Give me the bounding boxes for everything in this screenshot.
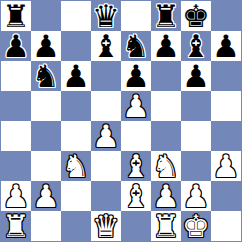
square-e3[interactable]: ♝ bbox=[121, 151, 151, 181]
square-h7[interactable]: ♟ bbox=[211, 31, 241, 61]
piece-black-knight[interactable]: ♞ bbox=[122, 31, 150, 61]
square-f7[interactable]: ♟ bbox=[151, 31, 181, 61]
square-g4[interactable] bbox=[181, 121, 211, 151]
piece-white-pawn[interactable]: ♟ bbox=[182, 181, 210, 211]
square-f1[interactable]: ♜ bbox=[151, 211, 181, 241]
piece-black-pawn[interactable]: ♟ bbox=[122, 61, 150, 91]
piece-black-king[interactable]: ♚ bbox=[182, 1, 210, 31]
square-b2[interactable]: ♟ bbox=[31, 181, 61, 211]
piece-white-knight[interactable]: ♞ bbox=[62, 151, 90, 181]
square-a7[interactable]: ♟ bbox=[1, 31, 31, 61]
square-b6[interactable]: ♞ bbox=[31, 61, 61, 91]
square-d6[interactable] bbox=[91, 61, 121, 91]
square-f3[interactable]: ♞ bbox=[151, 151, 181, 181]
square-h1[interactable] bbox=[211, 211, 241, 241]
square-g5[interactable] bbox=[181, 91, 211, 121]
square-a6[interactable] bbox=[1, 61, 31, 91]
piece-white-rook[interactable]: ♜ bbox=[2, 211, 30, 241]
square-a5[interactable] bbox=[1, 91, 31, 121]
square-b7[interactable]: ♟ bbox=[31, 31, 61, 61]
piece-black-pawn[interactable]: ♟ bbox=[32, 31, 60, 61]
square-c2[interactable] bbox=[61, 181, 91, 211]
square-c5[interactable] bbox=[61, 91, 91, 121]
square-c8[interactable] bbox=[61, 1, 91, 31]
square-f8[interactable]: ♜ bbox=[151, 1, 181, 31]
piece-black-pawn[interactable]: ♟ bbox=[182, 61, 210, 91]
chess-board: ♜♛♜♚♟♟♝♞♟♝♟♞♟♟♟♟♟♞♝♞♟♟♟♝♟♟♜♛♜♚ bbox=[0, 0, 242, 242]
square-f2[interactable]: ♟ bbox=[151, 181, 181, 211]
square-f6[interactable] bbox=[151, 61, 181, 91]
square-d5[interactable] bbox=[91, 91, 121, 121]
square-e1[interactable] bbox=[121, 211, 151, 241]
piece-black-rook[interactable]: ♜ bbox=[152, 1, 180, 31]
piece-white-pawn[interactable]: ♟ bbox=[2, 181, 30, 211]
piece-black-pawn[interactable]: ♟ bbox=[62, 61, 90, 91]
square-h3[interactable]: ♟ bbox=[211, 151, 241, 181]
piece-white-knight[interactable]: ♞ bbox=[152, 151, 180, 181]
square-b5[interactable] bbox=[31, 91, 61, 121]
piece-black-queen[interactable]: ♛ bbox=[92, 1, 120, 31]
square-h2[interactable] bbox=[211, 181, 241, 211]
square-b3[interactable] bbox=[31, 151, 61, 181]
square-d3[interactable] bbox=[91, 151, 121, 181]
square-f5[interactable] bbox=[151, 91, 181, 121]
piece-white-pawn[interactable]: ♟ bbox=[122, 91, 150, 121]
square-d7[interactable]: ♝ bbox=[91, 31, 121, 61]
piece-black-bishop[interactable]: ♝ bbox=[182, 31, 210, 61]
square-c6[interactable]: ♟ bbox=[61, 61, 91, 91]
square-c3[interactable]: ♞ bbox=[61, 151, 91, 181]
square-e4[interactable] bbox=[121, 121, 151, 151]
piece-black-bishop[interactable]: ♝ bbox=[92, 31, 120, 61]
square-h4[interactable] bbox=[211, 121, 241, 151]
piece-black-pawn[interactable]: ♟ bbox=[212, 31, 240, 61]
square-b1[interactable] bbox=[31, 211, 61, 241]
square-g8[interactable]: ♚ bbox=[181, 1, 211, 31]
piece-black-rook[interactable]: ♜ bbox=[2, 1, 30, 31]
square-g6[interactable]: ♟ bbox=[181, 61, 211, 91]
piece-white-bishop[interactable]: ♝ bbox=[122, 151, 150, 181]
square-a2[interactable]: ♟ bbox=[1, 181, 31, 211]
square-d8[interactable]: ♛ bbox=[91, 1, 121, 31]
square-e5[interactable]: ♟ bbox=[121, 91, 151, 121]
piece-black-knight[interactable]: ♞ bbox=[32, 61, 60, 91]
piece-black-pawn[interactable]: ♟ bbox=[2, 31, 30, 61]
square-f4[interactable] bbox=[151, 121, 181, 151]
piece-white-bishop[interactable]: ♝ bbox=[122, 181, 150, 211]
piece-white-king[interactable]: ♚ bbox=[182, 211, 210, 241]
square-c1[interactable] bbox=[61, 211, 91, 241]
square-b8[interactable] bbox=[31, 1, 61, 31]
square-c7[interactable] bbox=[61, 31, 91, 61]
square-a8[interactable]: ♜ bbox=[1, 1, 31, 31]
square-g1[interactable]: ♚ bbox=[181, 211, 211, 241]
square-c4[interactable] bbox=[61, 121, 91, 151]
piece-black-pawn[interactable]: ♟ bbox=[152, 31, 180, 61]
square-d4[interactable]: ♟ bbox=[91, 121, 121, 151]
square-a1[interactable]: ♜ bbox=[1, 211, 31, 241]
piece-white-pawn[interactable]: ♟ bbox=[32, 181, 60, 211]
square-d2[interactable] bbox=[91, 181, 121, 211]
piece-white-pawn[interactable]: ♟ bbox=[92, 121, 120, 151]
square-h6[interactable] bbox=[211, 61, 241, 91]
piece-white-pawn[interactable]: ♟ bbox=[152, 181, 180, 211]
square-e6[interactable]: ♟ bbox=[121, 61, 151, 91]
square-e2[interactable]: ♝ bbox=[121, 181, 151, 211]
square-g7[interactable]: ♝ bbox=[181, 31, 211, 61]
square-a3[interactable] bbox=[1, 151, 31, 181]
square-g2[interactable]: ♟ bbox=[181, 181, 211, 211]
piece-white-pawn[interactable]: ♟ bbox=[212, 151, 240, 181]
square-h8[interactable] bbox=[211, 1, 241, 31]
square-e7[interactable]: ♞ bbox=[121, 31, 151, 61]
square-d1[interactable]: ♛ bbox=[91, 211, 121, 241]
square-e8[interactable] bbox=[121, 1, 151, 31]
square-b4[interactable] bbox=[31, 121, 61, 151]
square-g3[interactable] bbox=[181, 151, 211, 181]
piece-white-queen[interactable]: ♛ bbox=[92, 211, 120, 241]
square-a4[interactable] bbox=[1, 121, 31, 151]
square-h5[interactable] bbox=[211, 91, 241, 121]
piece-white-rook[interactable]: ♜ bbox=[152, 211, 180, 241]
